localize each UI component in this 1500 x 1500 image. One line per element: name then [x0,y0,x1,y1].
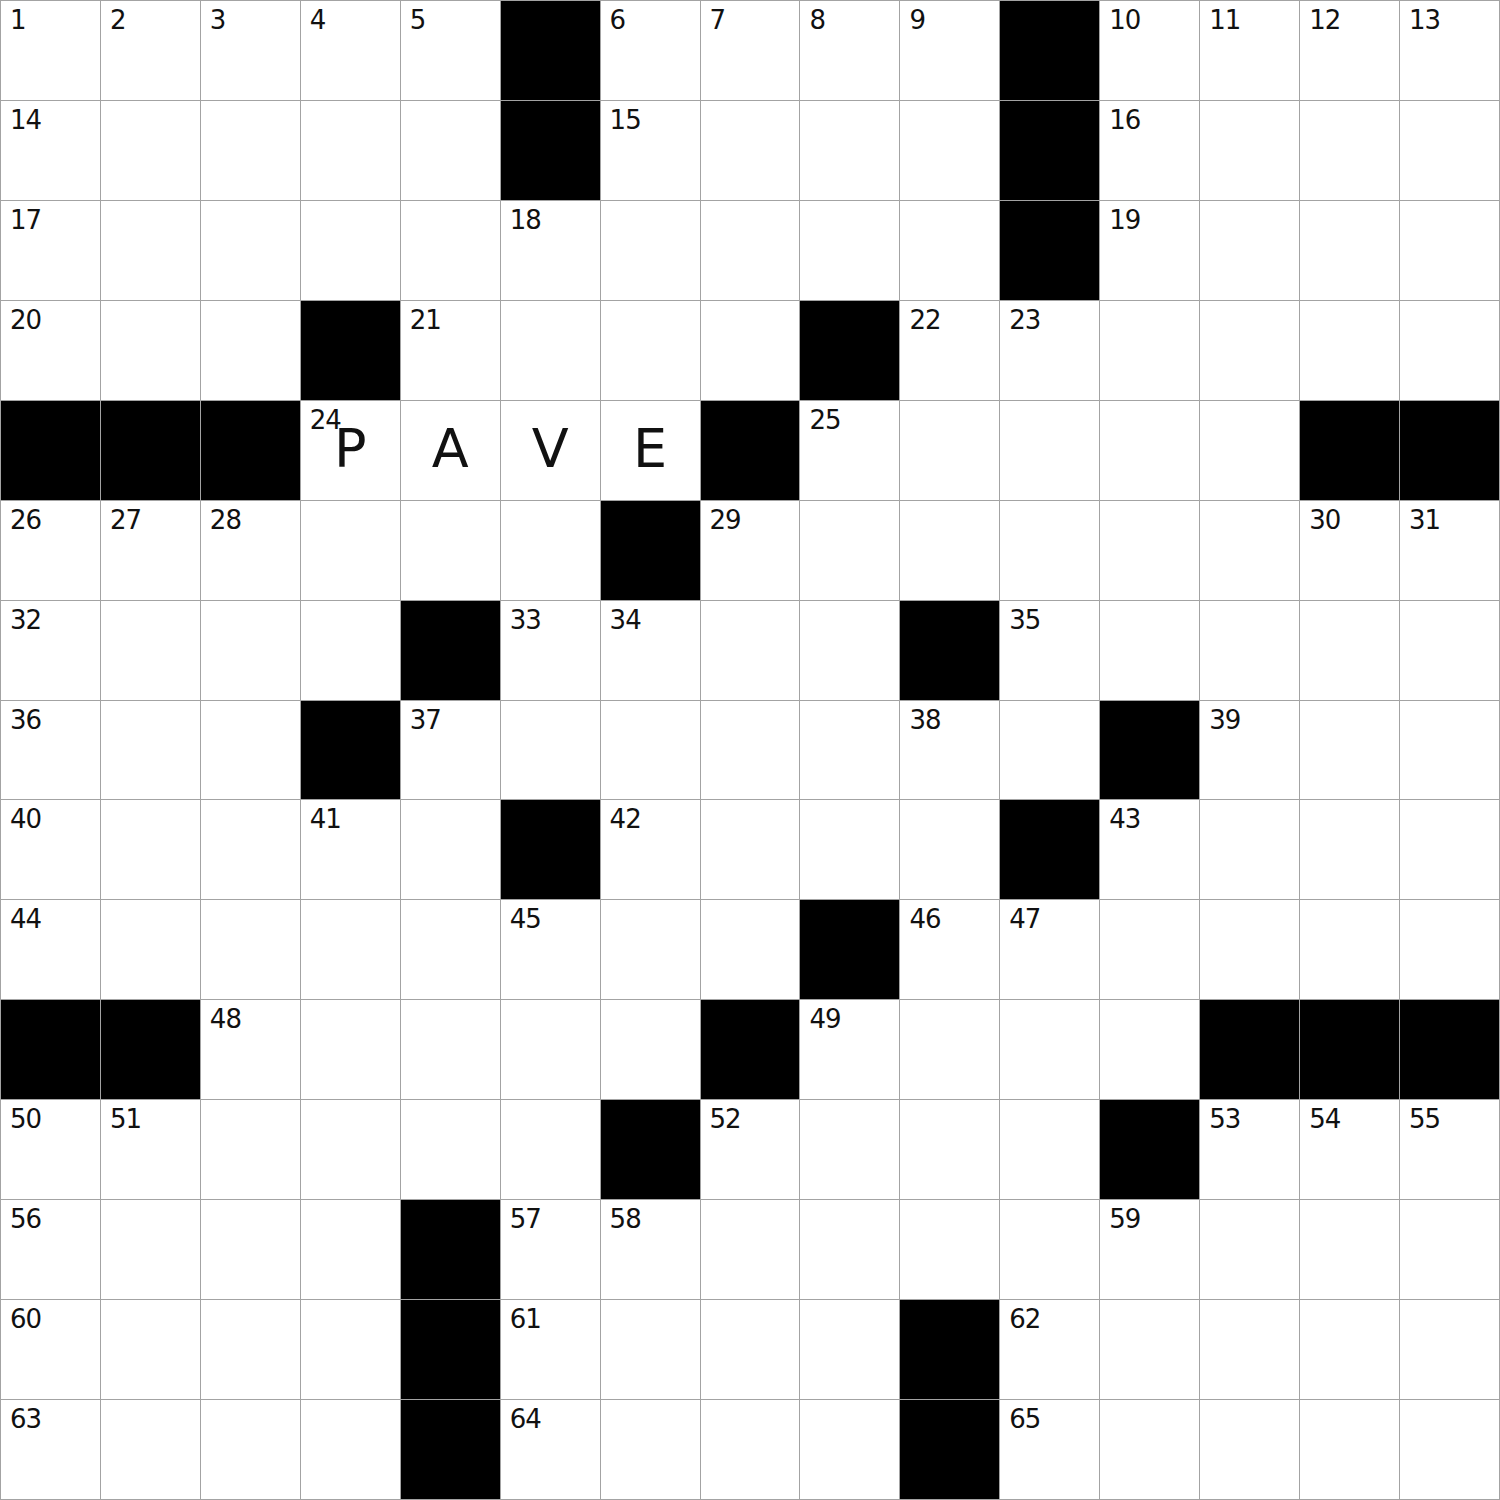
white-cell[interactable]: 23 [1000,301,1100,401]
clue-number: 60 [10,1305,41,1334]
clue-number: 31 [1409,506,1440,535]
white-cell[interactable] [800,501,900,601]
white-cell[interactable] [1300,201,1400,301]
clue-number: 23 [1009,306,1040,335]
cell-letter: E [633,422,667,476]
white-cell[interactable] [701,201,801,301]
white-cell[interactable]: 22 [900,301,1000,401]
white-cell[interactable]: A [401,401,501,501]
white-cell[interactable] [301,900,401,1000]
white-cell[interactable] [1400,1300,1500,1400]
clue-number: 40 [10,805,41,834]
clue-number: 53 [1209,1105,1240,1134]
clue-number: 64 [510,1405,541,1434]
black-cell [1,1000,101,1100]
white-cell[interactable] [101,701,201,801]
clue-number: 15 [610,106,641,135]
black-cell [401,601,501,701]
clue-number: 14 [10,106,41,135]
white-cell[interactable] [501,701,601,801]
black-cell [900,1300,1000,1400]
white-cell[interactable]: 19 [1100,201,1200,301]
white-cell[interactable] [1300,1200,1400,1300]
white-cell[interactable] [201,601,301,701]
white-cell[interactable]: 28 [201,501,301,601]
white-cell[interactable] [201,1200,301,1300]
clue-number: 10 [1109,6,1140,35]
clue-number: 11 [1209,6,1240,35]
white-cell[interactable] [1400,701,1500,801]
white-cell[interactable] [800,800,900,900]
white-cell[interactable] [201,900,301,1000]
white-cell[interactable] [401,101,501,201]
cell-letter: V [532,422,569,476]
black-cell [701,401,801,501]
white-cell[interactable] [900,401,1000,501]
white-cell[interactable] [1100,501,1200,601]
clue-number: 33 [510,606,541,635]
black-cell [401,1300,501,1400]
white-cell[interactable]: 31 [1400,501,1500,601]
white-cell[interactable]: 20 [1,301,101,401]
black-cell [101,401,201,501]
white-cell[interactable] [101,301,201,401]
white-cell[interactable] [201,1300,301,1400]
black-cell [800,301,900,401]
white-cell[interactable]: 30 [1300,501,1400,601]
white-cell[interactable]: 3 [201,1,301,101]
white-cell[interactable]: 10 [1100,1,1200,101]
white-cell[interactable] [800,1200,900,1300]
white-cell[interactable] [1200,401,1300,501]
white-cell[interactable]: 57 [501,1200,601,1300]
clue-number: 49 [809,1005,840,1034]
clue-number: 29 [710,506,741,535]
white-cell[interactable] [1200,101,1300,201]
white-cell[interactable]: 50 [1,1100,101,1200]
white-cell[interactable]: 51 [101,1100,201,1200]
white-cell[interactable]: 36 [1,701,101,801]
clue-number: 55 [1409,1105,1440,1134]
clue-number: 34 [610,606,641,635]
white-cell[interactable] [1000,701,1100,801]
white-cell[interactable] [701,701,801,801]
clue-number: 5 [410,6,426,35]
white-cell[interactable] [101,101,201,201]
clue-number: 3 [210,6,226,35]
black-cell [301,301,401,401]
white-cell[interactable]: 44 [1,900,101,1000]
white-cell[interactable] [301,201,401,301]
black-cell [800,900,900,1000]
clue-number: 2 [110,6,126,35]
white-cell[interactable] [101,800,201,900]
white-cell[interactable]: 65 [1000,1400,1100,1500]
clue-number: 7 [710,6,726,35]
white-cell[interactable] [401,900,501,1000]
white-cell[interactable] [1100,900,1200,1000]
white-cell[interactable] [1100,1000,1200,1100]
white-cell[interactable]: 37 [401,701,501,801]
white-cell[interactable] [1200,501,1300,601]
white-cell[interactable] [1300,301,1400,401]
white-cell[interactable]: 49 [800,1000,900,1100]
black-cell [1200,1000,1300,1100]
white-cell[interactable] [800,1300,900,1400]
white-cell[interactable] [101,1300,201,1400]
clue-number: 17 [10,206,41,235]
white-cell[interactable] [301,1300,401,1400]
white-cell[interactable] [1200,1300,1300,1400]
white-cell[interactable] [601,900,701,1000]
clue-number: 62 [1009,1305,1040,1334]
white-cell[interactable] [900,201,1000,301]
white-cell[interactable] [701,301,801,401]
white-cell[interactable] [1400,1200,1500,1300]
white-cell[interactable]: 55 [1400,1100,1500,1200]
white-cell[interactable] [800,1400,900,1500]
white-cell[interactable]: 8 [800,1,900,101]
white-cell[interactable] [601,1300,701,1400]
clue-number: 19 [1109,206,1140,235]
white-cell[interactable]: 56 [1,1200,101,1300]
clue-number: 21 [410,306,441,335]
white-cell[interactable] [501,501,601,601]
black-cell [1,401,101,501]
white-cell[interactable] [701,1400,801,1500]
white-cell[interactable] [301,1000,401,1100]
white-cell[interactable] [401,800,501,900]
white-cell[interactable] [701,800,801,900]
clue-number: 52 [710,1105,741,1134]
white-cell[interactable]: 25 [800,401,900,501]
white-cell[interactable]: 7 [701,1,801,101]
clue-number: 27 [110,506,141,535]
clue-number: 24 [310,406,341,435]
white-cell[interactable]: 5 [401,1,501,101]
white-cell[interactable] [1300,900,1400,1000]
black-cell [1000,101,1100,201]
cell-letter: A [432,422,469,476]
white-cell[interactable] [101,1400,201,1500]
clue-number: 44 [10,905,41,934]
white-cell[interactable]: 58 [601,1200,701,1300]
white-cell[interactable] [800,601,900,701]
white-cell[interactable] [301,601,401,701]
white-cell[interactable] [1100,401,1200,501]
white-cell[interactable]: 39 [1200,701,1300,801]
black-cell [1400,401,1500,501]
white-cell[interactable]: 47 [1000,900,1100,1000]
clue-number: 9 [909,6,925,35]
white-cell[interactable]: 52 [701,1100,801,1200]
white-cell[interactable]: 32 [1,601,101,701]
white-cell[interactable] [1100,1400,1200,1500]
clue-number: 1 [10,6,26,35]
black-cell [301,701,401,801]
black-cell [1000,800,1100,900]
black-cell [1000,201,1100,301]
white-cell[interactable] [1400,601,1500,701]
white-cell[interactable] [201,201,301,301]
white-cell[interactable] [1000,401,1100,501]
white-cell[interactable] [201,1100,301,1200]
white-cell[interactable]: 63 [1,1400,101,1500]
white-cell[interactable] [601,1400,701,1500]
white-cell[interactable] [800,701,900,801]
white-cell[interactable] [201,701,301,801]
white-cell[interactable]: 53 [1200,1100,1300,1200]
white-cell[interactable] [800,201,900,301]
clue-number: 45 [510,905,541,934]
white-cell[interactable] [1300,701,1400,801]
white-cell[interactable] [201,301,301,401]
white-cell[interactable] [1100,301,1200,401]
white-cell[interactable] [1300,1300,1400,1400]
white-cell[interactable]: 46 [900,900,1000,1000]
white-cell[interactable] [701,601,801,701]
white-cell[interactable] [800,1100,900,1200]
white-cell[interactable]: 41 [301,800,401,900]
white-cell[interactable] [501,301,601,401]
white-cell[interactable] [401,1100,501,1200]
white-cell[interactable]: 33 [501,601,601,701]
white-cell[interactable] [401,501,501,601]
clue-number: 6 [610,6,626,35]
clue-number: 8 [809,6,825,35]
white-cell[interactable] [1100,1300,1200,1400]
white-cell[interactable]: 21 [401,301,501,401]
white-cell[interactable]: 15 [601,101,701,201]
white-cell[interactable] [401,1000,501,1100]
clue-number: 54 [1309,1105,1340,1134]
white-cell[interactable] [1300,101,1400,201]
white-cell[interactable]: 26 [1,501,101,601]
white-cell[interactable] [1200,301,1300,401]
white-cell[interactable] [101,601,201,701]
white-cell[interactable]: 16 [1100,101,1200,201]
clue-number: 61 [510,1305,541,1334]
clue-number: 41 [310,805,341,834]
white-cell[interactable]: 45 [501,900,601,1000]
clue-number: 20 [10,306,41,335]
black-cell [1300,401,1400,501]
black-cell [701,1000,801,1100]
black-cell [1000,1,1100,101]
white-cell[interactable] [1300,800,1400,900]
clue-number: 13 [1409,6,1440,35]
clue-number: 57 [510,1205,541,1234]
white-cell[interactable]: 27 [101,501,201,601]
white-cell[interactable] [1200,1200,1300,1300]
white-cell[interactable] [1400,201,1500,301]
white-cell[interactable] [1000,501,1100,601]
clue-number: 42 [610,805,641,834]
white-cell[interactable]: 2 [101,1,201,101]
clue-number: 51 [110,1105,141,1134]
black-cell [201,401,301,501]
white-cell[interactable]: 60 [1,1300,101,1400]
white-cell[interactable] [1400,101,1500,201]
white-cell[interactable] [1000,1100,1100,1200]
white-cell[interactable]: 4 [301,1,401,101]
clue-number: 59 [1109,1205,1140,1234]
white-cell[interactable] [1400,1400,1500,1500]
white-cell[interactable] [701,1300,801,1400]
white-cell[interactable] [701,900,801,1000]
white-cell[interactable] [501,1100,601,1200]
white-cell[interactable]: 1 [1,1,101,101]
white-cell[interactable]: 9 [900,1,1000,101]
black-cell [900,601,1000,701]
white-cell[interactable] [501,1000,601,1100]
black-cell [601,501,701,601]
black-cell [1100,1100,1200,1200]
white-cell[interactable]: 43 [1100,800,1200,900]
black-cell [601,1100,701,1200]
black-cell [1300,1000,1400,1100]
white-cell[interactable] [900,800,1000,900]
white-cell[interactable] [900,1100,1000,1200]
clue-number: 18 [510,206,541,235]
clue-number: 43 [1109,805,1140,834]
white-cell[interactable] [1000,1200,1100,1300]
white-cell[interactable] [601,301,701,401]
white-cell[interactable]: E [601,401,701,501]
white-cell[interactable]: 64 [501,1400,601,1500]
white-cell[interactable] [301,1200,401,1300]
white-cell[interactable] [1300,1400,1400,1500]
white-cell[interactable]: 48 [201,1000,301,1100]
white-cell[interactable]: 54 [1300,1100,1400,1200]
black-cell [1100,701,1200,801]
white-cell[interactable]: 42 [601,800,701,900]
white-cell[interactable] [900,1000,1000,1100]
clue-number: 4 [310,6,326,35]
white-cell[interactable] [301,501,401,601]
white-cell[interactable]: 59 [1100,1200,1200,1300]
white-cell[interactable] [1200,601,1300,701]
white-cell[interactable] [101,201,201,301]
clue-number: 16 [1109,106,1140,135]
clue-number: 47 [1009,905,1040,934]
black-cell [501,800,601,900]
clue-number: 65 [1009,1405,1040,1434]
white-cell[interactable] [301,1400,401,1500]
black-cell [101,1000,201,1100]
white-cell[interactable] [201,800,301,900]
crossword-grid: 123456789101112131415161718192021222324P… [0,0,1500,1500]
clue-number: 39 [1209,706,1240,735]
white-cell[interactable] [1400,800,1500,900]
white-cell[interactable] [701,1200,801,1300]
clue-number: 38 [909,706,940,735]
black-cell [900,1400,1000,1500]
white-cell[interactable] [1300,601,1400,701]
black-cell [501,101,601,201]
white-cell[interactable]: V [501,401,601,501]
white-cell[interactable] [800,101,900,201]
white-cell[interactable] [1200,800,1300,900]
black-cell [401,1200,501,1300]
black-cell [401,1400,501,1500]
clue-number: 28 [210,506,241,535]
white-cell[interactable] [900,101,1000,201]
white-cell[interactable] [601,1000,701,1100]
white-cell[interactable] [1100,601,1200,701]
black-cell [501,1,601,101]
white-cell[interactable]: 6 [601,1,701,101]
white-cell[interactable]: 17 [1,201,101,301]
white-cell[interactable] [101,900,201,1000]
white-cell[interactable]: 61 [501,1300,601,1400]
clue-number: 25 [809,406,840,435]
clue-number: 58 [610,1205,641,1234]
white-cell[interactable] [1400,301,1500,401]
white-cell[interactable]: 29 [701,501,801,601]
clue-number: 32 [10,606,41,635]
white-cell[interactable]: 11 [1200,1,1300,101]
white-cell[interactable]: 40 [1,800,101,900]
clue-number: 12 [1309,6,1340,35]
white-cell[interactable]: 14 [1,101,101,201]
white-cell[interactable]: 35 [1000,601,1100,701]
clue-number: 35 [1009,606,1040,635]
clue-number: 46 [909,905,940,934]
white-cell[interactable] [101,1200,201,1300]
clue-number: 63 [10,1405,41,1434]
clue-number: 22 [909,306,940,335]
white-cell[interactable] [201,101,301,201]
white-cell[interactable] [1200,900,1300,1000]
white-cell[interactable]: 13 [1400,1,1500,101]
clue-number: 26 [10,506,41,535]
black-cell [1400,1000,1500,1100]
white-cell[interactable]: 62 [1000,1300,1100,1400]
white-cell[interactable] [601,201,701,301]
white-cell[interactable]: 18 [501,201,601,301]
white-cell[interactable]: 24P [301,401,401,501]
white-cell[interactable] [1200,201,1300,301]
white-cell[interactable] [601,701,701,801]
clue-number: 48 [210,1005,241,1034]
white-cell[interactable] [1200,1400,1300,1500]
white-cell[interactable] [701,101,801,201]
white-cell[interactable] [301,101,401,201]
white-cell[interactable] [201,1400,301,1500]
clue-number: 56 [10,1205,41,1234]
white-cell[interactable] [900,501,1000,601]
clue-number: 36 [10,706,41,735]
white-cell[interactable] [1400,900,1500,1000]
white-cell[interactable]: 34 [601,601,701,701]
white-cell[interactable] [401,201,501,301]
white-cell[interactable]: 38 [900,701,1000,801]
clue-number: 50 [10,1105,41,1134]
white-cell[interactable] [900,1200,1000,1300]
clue-number: 37 [410,706,441,735]
white-cell[interactable] [301,1100,401,1200]
white-cell[interactable] [1000,1000,1100,1100]
white-cell[interactable]: 12 [1300,1,1400,101]
clue-number: 30 [1309,506,1340,535]
